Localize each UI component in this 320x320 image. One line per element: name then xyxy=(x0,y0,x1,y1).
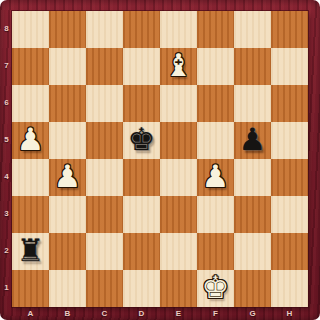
square-f2[interactable] xyxy=(197,233,234,270)
square-a4[interactable] xyxy=(12,159,49,196)
square-b6[interactable] xyxy=(49,85,86,122)
square-h6[interactable] xyxy=(271,85,308,122)
square-c4[interactable] xyxy=(86,159,123,196)
piece-black-pawn-g5[interactable]: ♟ xyxy=(234,121,271,158)
square-f7[interactable] xyxy=(197,48,234,85)
piece-white-pawn-b4[interactable]: ♟ xyxy=(49,158,86,195)
square-g5[interactable]: ♟ xyxy=(234,122,271,159)
rank-label-4: 4 xyxy=(2,173,11,181)
square-h8[interactable] xyxy=(271,11,308,48)
piece-white-pawn-a5[interactable]: ♟ xyxy=(12,121,49,158)
square-b3[interactable] xyxy=(49,196,86,233)
rank-label-6: 6 xyxy=(2,99,11,107)
square-f6[interactable] xyxy=(197,85,234,122)
square-a7[interactable] xyxy=(12,48,49,85)
square-a2[interactable]: ♜ xyxy=(12,233,49,270)
square-c2[interactable] xyxy=(86,233,123,270)
square-h1[interactable] xyxy=(271,270,308,307)
file-label-a: A xyxy=(12,310,49,318)
square-d3[interactable] xyxy=(123,196,160,233)
piece-white-king-f1[interactable]: ♚ xyxy=(197,269,234,306)
square-e3[interactable] xyxy=(160,196,197,233)
square-b8[interactable] xyxy=(49,11,86,48)
square-g4[interactable] xyxy=(234,159,271,196)
file-label-c: C xyxy=(86,310,123,318)
piece-white-bishop-e7[interactable]: ♝ xyxy=(160,47,197,84)
square-e7[interactable]: ♝ xyxy=(160,48,197,85)
square-h3[interactable] xyxy=(271,196,308,233)
square-d6[interactable] xyxy=(123,85,160,122)
square-f3[interactable] xyxy=(197,196,234,233)
square-g3[interactable] xyxy=(234,196,271,233)
rank-label-2: 2 xyxy=(2,247,11,255)
piece-white-pawn-f4[interactable]: ♟ xyxy=(197,158,234,195)
square-e2[interactable] xyxy=(160,233,197,270)
file-label-h: H xyxy=(271,310,308,318)
square-c6[interactable] xyxy=(86,85,123,122)
square-h2[interactable] xyxy=(271,233,308,270)
square-c1[interactable] xyxy=(86,270,123,307)
square-g1[interactable] xyxy=(234,270,271,307)
square-c8[interactable] xyxy=(86,11,123,48)
file-label-d: D xyxy=(123,310,160,318)
chess-board: ♝♟♚♟♟♟♜♚ xyxy=(12,11,308,307)
file-label-f: F xyxy=(197,310,234,318)
square-d7[interactable] xyxy=(123,48,160,85)
square-h4[interactable] xyxy=(271,159,308,196)
square-d4[interactable] xyxy=(123,159,160,196)
square-a8[interactable] xyxy=(12,11,49,48)
file-label-b: B xyxy=(49,310,86,318)
square-h7[interactable] xyxy=(271,48,308,85)
square-b5[interactable] xyxy=(49,122,86,159)
square-h5[interactable] xyxy=(271,122,308,159)
square-c5[interactable] xyxy=(86,122,123,159)
rank-label-5: 5 xyxy=(2,136,11,144)
square-d5[interactable]: ♚ xyxy=(123,122,160,159)
square-b4[interactable]: ♟ xyxy=(49,159,86,196)
square-d2[interactable] xyxy=(123,233,160,270)
square-b1[interactable] xyxy=(49,270,86,307)
square-f5[interactable] xyxy=(197,122,234,159)
square-g6[interactable] xyxy=(234,85,271,122)
file-label-g: G xyxy=(234,310,271,318)
square-a6[interactable] xyxy=(12,85,49,122)
piece-black-rook-a2[interactable]: ♜ xyxy=(12,232,49,269)
square-g7[interactable] xyxy=(234,48,271,85)
chess-board-frame: ♝♟♚♟♟♟♜♚ 87654321ABCDEFGH xyxy=(0,0,320,320)
square-b7[interactable] xyxy=(49,48,86,85)
piece-black-king-d5[interactable]: ♚ xyxy=(123,121,160,158)
square-e4[interactable] xyxy=(160,159,197,196)
square-e5[interactable] xyxy=(160,122,197,159)
square-e1[interactable] xyxy=(160,270,197,307)
rank-label-8: 8 xyxy=(2,25,11,33)
file-label-e: E xyxy=(160,310,197,318)
square-a1[interactable] xyxy=(12,270,49,307)
square-c7[interactable] xyxy=(86,48,123,85)
square-a5[interactable]: ♟ xyxy=(12,122,49,159)
square-a3[interactable] xyxy=(12,196,49,233)
rank-label-1: 1 xyxy=(2,284,11,292)
square-e8[interactable] xyxy=(160,11,197,48)
square-d8[interactable] xyxy=(123,11,160,48)
square-g8[interactable] xyxy=(234,11,271,48)
rank-label-7: 7 xyxy=(2,62,11,70)
square-g2[interactable] xyxy=(234,233,271,270)
square-b2[interactable] xyxy=(49,233,86,270)
square-c3[interactable] xyxy=(86,196,123,233)
rank-label-3: 3 xyxy=(2,210,11,218)
square-f4[interactable]: ♟ xyxy=(197,159,234,196)
square-d1[interactable] xyxy=(123,270,160,307)
square-e6[interactable] xyxy=(160,85,197,122)
square-f1[interactable]: ♚ xyxy=(197,270,234,307)
square-f8[interactable] xyxy=(197,11,234,48)
